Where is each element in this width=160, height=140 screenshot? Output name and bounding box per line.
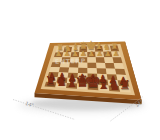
board-square	[88, 73, 98, 79]
board-square	[59, 67, 69, 72]
board-square	[119, 86, 131, 93]
board-square	[60, 62, 70, 67]
board-square	[109, 85, 121, 91]
board-square	[95, 52, 104, 58]
board-square	[66, 83, 77, 89]
board-square	[79, 52, 87, 57]
board-square	[46, 77, 58, 83]
board-square	[118, 80, 130, 86]
board-square	[98, 79, 109, 85]
board-square	[103, 52, 112, 58]
board-square	[97, 68, 107, 74]
board-square	[78, 63, 87, 69]
board-square	[108, 80, 119, 86]
board-square	[58, 72, 69, 78]
board-square	[77, 78, 87, 84]
board-square	[87, 57, 96, 63]
board-square	[45, 82, 57, 88]
board-square	[67, 78, 78, 84]
board-square	[77, 84, 88, 90]
board-square	[71, 47, 79, 52]
board-square	[116, 75, 127, 81]
board-square	[61, 57, 71, 62]
chess-set-product-photo: 14" 14" ENTERP ♜♞♝♛♚♝♞♜♟♟♟♟♟♟♟♟♟♟♟♟♟♟♟♟♜…	[0, 0, 160, 140]
board-square	[49, 67, 60, 72]
board-square	[78, 73, 88, 79]
board-square	[55, 82, 67, 88]
board-square	[70, 57, 79, 62]
board-square	[113, 57, 123, 63]
board-square	[88, 84, 99, 90]
board-square	[68, 68, 78, 74]
board-square	[56, 77, 67, 83]
board-square	[96, 63, 106, 69]
board-square	[71, 52, 80, 57]
board-square	[107, 74, 118, 80]
board-square	[88, 68, 98, 74]
chess-board: 14" 14"	[0, 0, 160, 140]
board-square	[79, 47, 87, 53]
board-square	[96, 57, 105, 63]
board-square	[62, 52, 71, 57]
board-square	[106, 69, 116, 75]
board-square	[79, 57, 88, 62]
board-square	[98, 85, 109, 91]
board-surface	[35, 42, 142, 105]
board-square	[104, 57, 114, 63]
board-square	[95, 46, 103, 52]
board-square	[105, 63, 115, 69]
board-square	[87, 46, 95, 52]
board-square	[69, 62, 79, 67]
board-square	[68, 73, 78, 79]
board-square	[114, 63, 124, 69]
board-square	[78, 68, 88, 74]
board-square	[63, 47, 72, 52]
board-square	[51, 62, 61, 67]
board-square	[102, 46, 111, 52]
board-square	[48, 72, 59, 77]
board-square	[111, 51, 121, 57]
board-square	[88, 79, 98, 85]
board-square	[115, 69, 126, 75]
board-square	[54, 52, 64, 57]
board-square	[52, 57, 62, 62]
board-square	[97, 74, 107, 80]
board-square	[87, 52, 95, 58]
board-square	[87, 63, 96, 69]
